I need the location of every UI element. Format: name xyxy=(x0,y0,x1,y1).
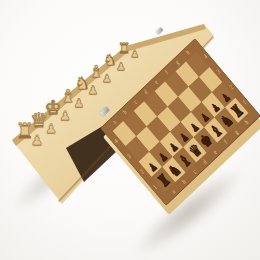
light-pawn: ♟ xyxy=(102,73,112,84)
product-photo-stage: abcdefgh abcdefgh 4321 4321 ♟♟♟♟♟♟♟♟♜♞♝♛… xyxy=(0,0,260,260)
light-knight: ♞ xyxy=(103,53,116,68)
light-pawn: ♟ xyxy=(74,97,85,109)
light-pawn: ♟ xyxy=(116,61,126,72)
metal-hinge-icon xyxy=(156,27,164,35)
light-pawn: ♟ xyxy=(88,84,99,96)
light-bishop: ♝ xyxy=(89,64,103,80)
light-pawn: ♟ xyxy=(59,109,71,122)
light-pawn: ♟ xyxy=(31,133,44,147)
light-rook: ♜ xyxy=(118,41,131,55)
light-pawn: ♟ xyxy=(45,122,57,135)
light-pawn: ♟ xyxy=(131,49,140,59)
